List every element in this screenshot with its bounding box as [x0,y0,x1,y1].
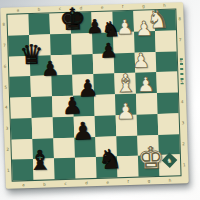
square-d1[interactable] [75,157,97,178]
chess-photo-scene: abcdefgh 87654321 87654321 abcdefgh ♞ ♚♟… [0,0,200,200]
square-c1[interactable] [54,158,76,179]
coord-label: b [38,8,41,12]
coord-label: d [85,181,88,185]
square-e3[interactable] [95,115,117,136]
black-pawn-c6[interactable]: ♟ [41,58,60,79]
black-knight-e1[interactable]: ♞ [97,145,122,173]
coord-label: a [22,183,25,187]
coord-label: 6 [2,65,8,69]
white-pawn-h7[interactable]: ♟ [135,18,154,39]
coord-label: h [169,179,172,183]
coord-label: 3 [4,127,10,131]
white-pawn-f5[interactable]: ♟ [136,74,155,95]
black-pawn-d3[interactable]: ♟ [72,119,94,144]
coord-label: 3 [180,121,186,125]
square-a5[interactable] [9,76,31,97]
coord-label: g [148,179,151,183]
coord-label: b [43,183,46,187]
square-b3[interactable] [32,117,54,138]
coord-label: e [106,181,109,185]
coord-label: f [122,5,124,9]
coord-label: c [64,182,66,186]
coord-label: f [127,180,129,184]
coord-label: 1 [181,163,187,167]
square-a4[interactable] [10,97,32,118]
coord-label: 2 [5,148,11,152]
square-h3[interactable] [158,113,180,134]
black-pawn-c4[interactable]: ♟ [62,94,83,118]
white-bishop-e5[interactable]: ♝ [114,71,137,97]
square-h4[interactable] [157,92,179,113]
coord-label: 8 [1,23,7,27]
square-a8[interactable] [7,14,29,35]
coord-label: 4 [3,106,9,110]
coord-label: g [142,4,145,8]
white-king-g1[interactable]: ♚ [137,143,165,174]
coord-label: 4 [179,101,185,105]
coord-label: e [101,6,104,10]
square-b4[interactable] [31,96,53,117]
coord-label: 8 [177,18,183,22]
coord-label: a [17,8,20,12]
logo-knight-icon: ♞ [167,157,173,163]
coord-label: 5 [3,85,9,89]
black-bishop-b1[interactable]: ♝ [27,146,52,174]
square-b8[interactable] [28,13,50,34]
coord-label: 7 [1,44,7,48]
square-h5[interactable] [156,72,178,93]
coord-label: 7 [177,38,183,42]
square-a3[interactable] [11,118,33,139]
coord-label: 2 [181,142,187,146]
black-pawn-e6[interactable]: ♟ [99,40,118,61]
white-pawn-e4[interactable]: ♟ [115,101,135,124]
square-h6[interactable] [156,51,178,72]
white-pawn-g7[interactable]: ♟ [116,17,135,38]
coord-label: 1 [5,168,11,172]
square-d6[interactable] [72,54,94,75]
black-king-d8[interactable]: ♚ [59,4,87,35]
square-g3[interactable] [137,114,159,135]
chess-board[interactable]: abcdefgh 87654321 87654321 abcdefgh ♞ ♚♟… [0,2,189,189]
